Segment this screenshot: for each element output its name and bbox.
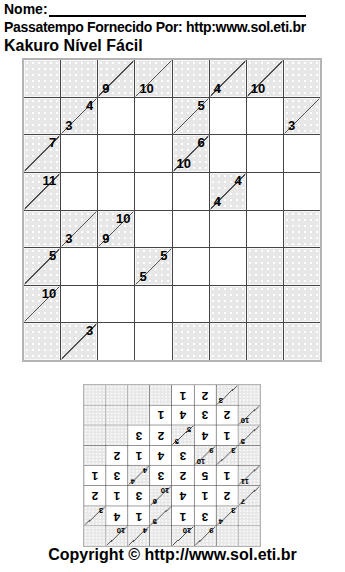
clue-cell: 55 (135, 248, 171, 285)
blocked-cell (284, 323, 320, 360)
clue-cell: 610 (173, 135, 209, 172)
page: Nome: Passatempo Fornecido Por: http:www… (0, 0, 345, 572)
entry-cell[interactable] (135, 98, 171, 135)
across-clue: 11 (42, 174, 56, 188)
entry-cell: 4 (194, 425, 215, 445)
puzzle-title: Kakuro Nível Fácil (4, 37, 143, 55)
blocked-cell (238, 385, 259, 405)
entry-cell: 3 (172, 446, 193, 466)
entry-cell: 1 (150, 405, 171, 425)
entry-cell[interactable] (135, 173, 171, 210)
entry-cell: 4 (150, 446, 171, 466)
clue-cell: 109 (98, 211, 134, 248)
clue-cell: 11 (238, 466, 259, 486)
entry-cell: 3 (194, 506, 215, 526)
entry-cell: 3 (128, 486, 149, 506)
entry-cell[interactable] (135, 323, 171, 360)
clue-cell: 3 (216, 385, 237, 405)
clue-cell: 9 (194, 526, 215, 546)
entry-cell: 1 (106, 486, 127, 506)
clue-cell: 3 (61, 211, 97, 248)
blocked-cell (238, 506, 259, 526)
across-clue: 7 (49, 136, 56, 150)
blocked-cell (84, 446, 105, 466)
blocked-cell (84, 526, 105, 546)
blocked-cell (84, 425, 105, 445)
clue-cell: 109 (194, 446, 215, 466)
clue-cell: 610 (150, 486, 171, 506)
entry-cell: 1 (194, 486, 215, 506)
across-clue: 10 (241, 417, 250, 425)
entry-cell[interactable] (98, 173, 134, 210)
across-clue: 11 (241, 477, 249, 485)
down-clue: 10 (161, 486, 170, 494)
entry-cell: 1 (128, 446, 149, 466)
entry-cell[interactable] (173, 211, 209, 248)
down-clue: 3 (65, 119, 72, 133)
entry-cell[interactable] (210, 248, 246, 285)
across-clue: 10 (42, 287, 56, 301)
clue-cell: 43 (61, 98, 97, 135)
down-clue: 4 (214, 195, 221, 209)
across-clue: 3 (219, 397, 223, 405)
entry-cell[interactable] (135, 211, 171, 248)
entry-cell[interactable] (98, 323, 134, 360)
clue-cell: 10 (106, 526, 127, 546)
clue-cell: 10 (24, 286, 60, 323)
blocked-cell (173, 60, 209, 97)
blocked-cell (216, 526, 237, 546)
entry-cell: 1 (172, 385, 193, 405)
entry-cell: 1 (84, 466, 105, 486)
clue-cell: 10 (135, 60, 171, 97)
clue-cell: 3 (61, 323, 97, 360)
across-clue: 6 (197, 136, 204, 150)
across-clue: 7 (241, 498, 245, 506)
clue-cell: 10 (172, 526, 193, 546)
blocked-cell (84, 385, 105, 405)
down-clue: 10 (183, 527, 192, 535)
blocked-cell (24, 60, 60, 97)
blocked-cell (128, 385, 149, 405)
entry-cell: 1 (172, 506, 193, 526)
down-clue: 9 (102, 82, 109, 96)
clue-cell: 3 (284, 98, 320, 135)
clue-cell: 9 (98, 60, 134, 97)
blocked-cell (173, 323, 209, 360)
across-clue: 4 (86, 99, 93, 113)
down-clue: 10 (139, 82, 153, 96)
entry-cell[interactable] (247, 98, 283, 135)
down-clue: 3 (65, 232, 72, 246)
clue-cell: 5 (24, 248, 60, 285)
copyright-text: Copyright © http://www.sol.eti.br (0, 546, 345, 564)
across-clue: 6 (153, 498, 157, 506)
across-clue: 5 (153, 518, 157, 526)
entry-cell: 3 (128, 425, 149, 445)
entry-cell: 2 (194, 385, 215, 405)
entry-cell: 2 (216, 486, 237, 506)
blocked-cell (150, 526, 171, 546)
name-label: Nome: (4, 1, 48, 17)
blocked-cell (24, 211, 60, 248)
entry-cell: 4 (172, 486, 193, 506)
entry-cell[interactable] (173, 173, 209, 210)
across-clue: 5 (197, 99, 204, 113)
blocked-cell (128, 405, 149, 425)
blocked-cell (150, 385, 171, 405)
clue-cell: 7 (238, 486, 259, 506)
provider-text: Passatempo Fornecido Por: http:www.sol.e… (4, 19, 306, 35)
down-clue: 4 (214, 82, 221, 96)
clue-cell: 5 (173, 98, 209, 135)
clue-cell: 7 (24, 135, 60, 172)
entry-cell: 2 (84, 486, 105, 506)
clue-cell: 10 (238, 405, 259, 425)
entry-cell: 3 (106, 466, 127, 486)
entry-cell[interactable] (98, 248, 134, 285)
clue-cell: 5 (238, 425, 259, 445)
entry-cell: 2 (106, 446, 127, 466)
clue-cell: 5 (150, 506, 171, 526)
name-row: Nome: (4, 1, 306, 17)
clue-cell: 3 (216, 446, 237, 466)
across-clue: 5 (175, 437, 179, 445)
blocked-cell (284, 211, 320, 248)
down-clue: 3 (231, 446, 235, 454)
blocked-cell (106, 425, 127, 445)
down-clue: 9 (102, 232, 109, 246)
entry-cell[interactable] (61, 248, 97, 285)
clue-cell: 4 (210, 60, 246, 97)
down-clue: 5 (139, 270, 146, 284)
blocked-cell (247, 248, 283, 285)
down-clue: 10 (251, 82, 265, 96)
blocked-cell (61, 60, 97, 97)
entry-cell[interactable] (173, 248, 209, 285)
blocked-cell (106, 385, 127, 405)
clue-cell: 43 (216, 506, 237, 526)
blocked-cell (106, 405, 127, 425)
blocked-cell (247, 286, 283, 323)
across-clue: 4 (219, 518, 223, 526)
down-clue: 4 (143, 527, 147, 535)
entry-cell: 4 (106, 506, 127, 526)
entry-cell: 1 (216, 466, 237, 486)
down-clue: 4 (143, 466, 147, 474)
clue-cell: 4 (128, 526, 149, 546)
entry-cell[interactable] (173, 286, 209, 323)
across-clue: 5 (241, 437, 245, 445)
entry-cell[interactable] (61, 286, 97, 323)
entry-cell[interactable] (247, 173, 283, 210)
blocked-cell (210, 286, 246, 323)
blocked-cell (24, 98, 60, 135)
entry-cell[interactable] (247, 211, 283, 248)
entry-cell[interactable] (284, 173, 320, 210)
entry-cell[interactable] (98, 286, 134, 323)
down-clue: 3 (99, 507, 103, 515)
entry-cell[interactable] (210, 135, 246, 172)
blocked-cell (247, 323, 283, 360)
down-clue: 3 (231, 507, 235, 515)
kakuro-puzzle-grid: 9104104353761011443109555103 (22, 58, 322, 362)
down-clue: 5 (187, 426, 191, 434)
entry-cell: 4 (172, 405, 193, 425)
entry-cell: 3 (150, 466, 171, 486)
entry-cell[interactable] (135, 286, 171, 323)
down-clue: 10 (117, 527, 126, 535)
blocked-cell (238, 526, 259, 546)
across-clue: 5 (49, 249, 56, 263)
clue-cell: 44 (210, 173, 246, 210)
entry-cell: 2 (150, 425, 171, 445)
clue-cell: 55 (172, 425, 193, 445)
entry-cell[interactable] (98, 135, 134, 172)
clue-cell: 3 (84, 506, 105, 526)
kakuro-solution-grid: 9104104331514372146103121115234431310934… (83, 384, 261, 547)
clue-cell: 10 (247, 60, 283, 97)
entry-cell[interactable] (61, 135, 97, 172)
down-clue: 3 (288, 119, 295, 133)
blocked-cell (284, 248, 320, 285)
blocked-cell (84, 405, 105, 425)
across-clue: 5 (160, 249, 167, 263)
entry-cell: 2 (216, 405, 237, 425)
across-clue: 4 (131, 477, 135, 485)
down-clue: 10 (177, 157, 191, 171)
entry-cell: 1 (128, 506, 149, 526)
blocked-cell (284, 286, 320, 323)
blocked-cell (238, 446, 259, 466)
down-clue: 9 (209, 527, 213, 535)
entry-cell: 1 (216, 425, 237, 445)
name-underline (49, 2, 306, 17)
clue-cell: 44 (128, 466, 149, 486)
blocked-cell (24, 323, 60, 360)
across-clue: 10 (197, 457, 206, 465)
clue-cell: 11 (24, 173, 60, 210)
across-clue: 10 (116, 212, 130, 226)
entry-cell[interactable] (210, 98, 246, 135)
kakuro-solution-wrap: 9104104331514372146103121115234431310934… (83, 384, 261, 547)
down-clue: 9 (209, 446, 213, 454)
entry-cell[interactable] (98, 98, 134, 135)
entry-cell: 2 (172, 466, 193, 486)
entry-cell[interactable] (210, 211, 246, 248)
across-clue: 4 (235, 174, 242, 188)
entry-cell[interactable] (247, 135, 283, 172)
blocked-cell (210, 323, 246, 360)
entry-cell: 3 (194, 405, 215, 425)
entry-cell: 5 (194, 466, 215, 486)
across-clue: 3 (86, 324, 93, 338)
entry-cell[interactable] (284, 135, 320, 172)
entry-cell[interactable] (135, 135, 171, 172)
blocked-cell (284, 60, 320, 97)
entry-cell[interactable] (61, 173, 97, 210)
